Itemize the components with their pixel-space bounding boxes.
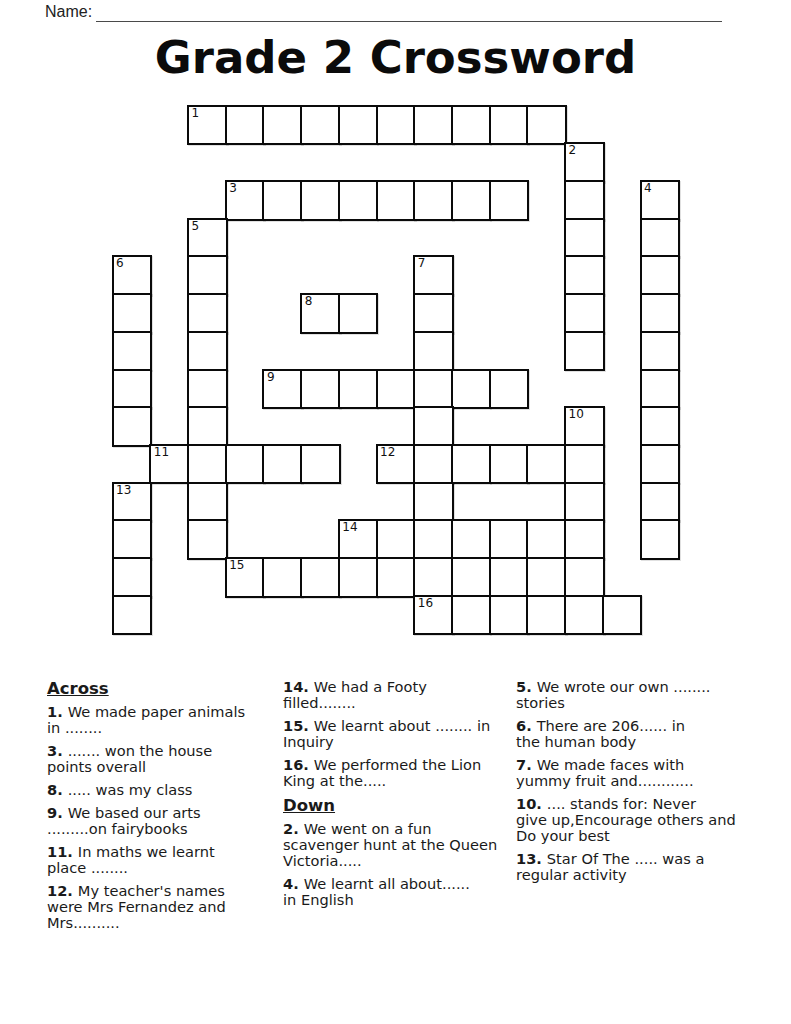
grid-cell-r6c12[interactable] bbox=[564, 331, 605, 372]
clue-text-12: My teacher's names were Mrs Fernandez an… bbox=[47, 882, 226, 931]
grid-cell-r11c14[interactable] bbox=[640, 519, 681, 560]
grid-cell-r6c8[interactable] bbox=[413, 331, 454, 372]
grid-cell-r13c11[interactable] bbox=[526, 595, 567, 636]
across-clue-1: 1.We made paper animals in ........ bbox=[47, 704, 269, 736]
clue-text-15: We learnt about ........ in Inquiry bbox=[283, 717, 490, 750]
across-clue-11: 11.In maths we learnt place ........ bbox=[47, 844, 269, 876]
grid-cell-r5c14[interactable] bbox=[640, 293, 681, 334]
grid-cell-r11c12[interactable] bbox=[564, 519, 605, 560]
across-clue-9: 9.We based our arts .........on fairyboo… bbox=[47, 805, 269, 837]
grid-cell-r9c12[interactable] bbox=[564, 444, 605, 485]
page-title: Grade 2 Crossword bbox=[0, 31, 791, 84]
clues-column-2: 14.We had a Footy filled........15.We le… bbox=[283, 679, 519, 915]
grid-cell-r9c1[interactable]: 11 bbox=[149, 444, 190, 485]
name-blank-line[interactable] bbox=[96, 1, 722, 22]
clue-number-16: 16 bbox=[418, 597, 433, 610]
grid-cell-r13c8[interactable]: 16 bbox=[413, 595, 454, 636]
clue-text-8: ..... was my class bbox=[68, 781, 193, 798]
clue-text-2: We went on a fun scavenger hunt at the Q… bbox=[283, 820, 497, 869]
grid-cell-r0c5[interactable] bbox=[300, 105, 341, 146]
down-clue-5: 5.We wrote our own ........ stories bbox=[516, 679, 758, 711]
grid-cell-r0c7[interactable] bbox=[376, 105, 417, 146]
clue-text-4: We learnt all about...... in English bbox=[283, 875, 470, 908]
grid-cell-r0c10[interactable] bbox=[489, 105, 530, 146]
grid-cell-r6c14[interactable] bbox=[640, 331, 681, 372]
clue-number-13: 13 bbox=[116, 484, 131, 497]
grid-cell-r10c2[interactable] bbox=[187, 482, 228, 523]
grid-cell-r12c0[interactable] bbox=[112, 557, 153, 598]
grid-cell-r2c5[interactable] bbox=[300, 180, 341, 221]
grid-cell-r7c4[interactable]: 9 bbox=[262, 369, 303, 410]
clues-column-3: 5.We wrote our own ........ stories6.The… bbox=[516, 679, 758, 890]
grid-cell-r3c14[interactable] bbox=[640, 218, 681, 259]
grid-cell-r12c11[interactable] bbox=[526, 557, 567, 598]
clue-text-6: There are 206...... in the human body bbox=[516, 717, 685, 750]
across-clue-16: 16.We performed the Lion King at the....… bbox=[283, 757, 519, 789]
clue-text-7: We made faces with yummy fruit and......… bbox=[516, 756, 694, 789]
clue-label-9: 9. bbox=[47, 804, 63, 821]
grid-cell-r4c2[interactable] bbox=[187, 255, 228, 296]
grid-cell-r8c2[interactable] bbox=[187, 406, 228, 447]
grid-cell-r5c12[interactable] bbox=[564, 293, 605, 334]
grid-cell-r10c14[interactable] bbox=[640, 482, 681, 523]
grid-cell-r2c12[interactable] bbox=[564, 180, 605, 221]
grid-cell-r10c12[interactable] bbox=[564, 482, 605, 523]
across-clue-14: 14.We had a Footy filled........ bbox=[283, 679, 519, 711]
clue-number-4: 4 bbox=[644, 182, 652, 195]
grid-cell-r4c0[interactable]: 6 bbox=[112, 255, 153, 296]
grid-cell-r8c12[interactable]: 10 bbox=[564, 406, 605, 447]
clue-label-1: 1. bbox=[47, 703, 63, 720]
clue-number-3: 3 bbox=[229, 182, 237, 195]
grid-cell-r8c14[interactable] bbox=[640, 406, 681, 447]
grid-cell-r2c4[interactable] bbox=[262, 180, 303, 221]
grid-cell-r0c8[interactable] bbox=[413, 105, 454, 146]
grid-cell-r12c3[interactable]: 15 bbox=[225, 557, 266, 598]
grid-cell-r8c0[interactable] bbox=[112, 406, 153, 447]
grid-cell-r2c14[interactable]: 4 bbox=[640, 180, 681, 221]
clue-label-16: 16. bbox=[283, 756, 309, 773]
down-clue-6: 6.There are 206...... in the human body bbox=[516, 718, 758, 750]
clues-column-1: Across1.We made paper animals in .......… bbox=[47, 679, 269, 938]
crossword-grid: 12345678910111213141516 bbox=[113, 106, 679, 634]
grid-cell-r9c2[interactable] bbox=[187, 444, 228, 485]
grid-cell-r7c14[interactable] bbox=[640, 369, 681, 410]
clue-number-10: 10 bbox=[569, 408, 584, 421]
grid-cell-r4c12[interactable] bbox=[564, 255, 605, 296]
grid-cell-r0c6[interactable] bbox=[338, 105, 379, 146]
clue-number-5: 5 bbox=[192, 220, 200, 233]
grid-cell-r7c7[interactable] bbox=[376, 369, 417, 410]
clue-label-15: 15. bbox=[283, 717, 309, 734]
grid-cell-r9c8[interactable] bbox=[413, 444, 454, 485]
grid-cell-r0c3[interactable] bbox=[225, 105, 266, 146]
name-label: Name: bbox=[45, 3, 92, 21]
grid-cell-r2c10[interactable] bbox=[489, 180, 530, 221]
grid-cell-r6c0[interactable] bbox=[112, 331, 153, 372]
grid-cell-r7c2[interactable] bbox=[187, 369, 228, 410]
grid-cell-r13c13[interactable] bbox=[602, 595, 643, 636]
grid-cell-r4c8[interactable]: 7 bbox=[413, 255, 454, 296]
clue-text-13: Star Of The ..... was a regular activity bbox=[516, 850, 704, 883]
clue-text-3: ....... won the house points overall bbox=[47, 742, 212, 775]
clue-label-10: 10. bbox=[516, 795, 542, 812]
grid-cell-r0c11[interactable] bbox=[526, 105, 567, 146]
grid-cell-r12c9[interactable] bbox=[451, 557, 492, 598]
grid-cell-r5c2[interactable] bbox=[187, 293, 228, 334]
grid-cell-r10c8[interactable] bbox=[413, 482, 454, 523]
grid-cell-r10c0[interactable]: 13 bbox=[112, 482, 153, 523]
clue-text-16: We performed the Lion King at the..... bbox=[283, 756, 481, 789]
clue-number-6: 6 bbox=[116, 257, 124, 270]
grid-cell-r2c3[interactable]: 3 bbox=[225, 180, 266, 221]
grid-cell-r11c9[interactable] bbox=[451, 519, 492, 560]
grid-cell-r11c8[interactable] bbox=[413, 519, 454, 560]
down-clue-7: 7.We made faces with yummy fruit and....… bbox=[516, 757, 758, 789]
grid-cell-r9c5[interactable] bbox=[300, 444, 341, 485]
across-clue-15: 15.We learnt about ........ in Inquiry bbox=[283, 718, 519, 750]
down-clue-13: 13.Star Of The ..... was a regular activ… bbox=[516, 851, 758, 883]
grid-cell-r7c8[interactable] bbox=[413, 369, 454, 410]
down-clue-2: 2.We went on a fun scavenger hunt at the… bbox=[283, 821, 519, 869]
clue-number-12: 12 bbox=[380, 446, 395, 459]
grid-cell-r9c10[interactable] bbox=[489, 444, 530, 485]
grid-cell-r13c0[interactable] bbox=[112, 595, 153, 636]
clue-label-6: 6. bbox=[516, 717, 532, 734]
grid-cell-r9c9[interactable] bbox=[451, 444, 492, 485]
across-heading: Across bbox=[47, 679, 269, 698]
grid-cell-r5c6[interactable] bbox=[338, 293, 379, 334]
across-clue-8: 8...... was my class bbox=[47, 782, 269, 798]
grid-cell-r13c12[interactable] bbox=[564, 595, 605, 636]
clue-number-15: 15 bbox=[229, 559, 244, 572]
clue-label-3: 3. bbox=[47, 742, 63, 759]
grid-cell-r11c11[interactable] bbox=[526, 519, 567, 560]
clue-number-14: 14 bbox=[342, 521, 357, 534]
grid-cell-r9c7[interactable]: 12 bbox=[376, 444, 417, 485]
grid-cell-r12c10[interactable] bbox=[489, 557, 530, 598]
clue-label-7: 7. bbox=[516, 756, 532, 773]
grid-cell-r2c8[interactable] bbox=[413, 180, 454, 221]
grid-cell-r13c9[interactable] bbox=[451, 595, 492, 636]
grid-cell-r5c0[interactable] bbox=[112, 293, 153, 334]
grid-cell-r5c5[interactable]: 8 bbox=[300, 293, 341, 334]
clue-label-13: 13. bbox=[516, 850, 542, 867]
clue-number-1: 1 bbox=[192, 107, 200, 120]
grid-cell-r11c10[interactable] bbox=[489, 519, 530, 560]
clue-label-4: 4. bbox=[283, 875, 299, 892]
grid-cell-r12c5[interactable] bbox=[300, 557, 341, 598]
clue-number-8: 8 bbox=[305, 295, 313, 308]
grid-cell-r0c2[interactable]: 1 bbox=[187, 105, 228, 146]
clue-number-9: 9 bbox=[267, 371, 275, 384]
clue-number-2: 2 bbox=[569, 144, 577, 157]
grid-cell-r7c5[interactable] bbox=[300, 369, 341, 410]
clue-number-11: 11 bbox=[154, 446, 169, 459]
grid-cell-r8c8[interactable] bbox=[413, 406, 454, 447]
across-clue-3: 3........ won the house points overall bbox=[47, 743, 269, 775]
clue-text-1: We made paper animals in ........ bbox=[47, 703, 245, 736]
grid-cell-r2c7[interactable] bbox=[376, 180, 417, 221]
grid-cell-r2c9[interactable] bbox=[451, 180, 492, 221]
grid-cell-r12c6[interactable] bbox=[338, 557, 379, 598]
clue-label-5: 5. bbox=[516, 678, 532, 695]
down-clue-10: 10..... stands for: Never give up,Encour… bbox=[516, 796, 758, 844]
clue-text-5: We wrote our own ........ stories bbox=[516, 678, 710, 711]
grid-cell-r6c2[interactable] bbox=[187, 331, 228, 372]
grid-cell-r3c2[interactable]: 5 bbox=[187, 218, 228, 259]
grid-cell-r7c0[interactable] bbox=[112, 369, 153, 410]
clue-number-7: 7 bbox=[418, 257, 426, 270]
grid-cell-r0c9[interactable] bbox=[451, 105, 492, 146]
grid-cell-r11c2[interactable] bbox=[187, 519, 228, 560]
grid-cell-r9c14[interactable] bbox=[640, 444, 681, 485]
clue-label-14: 14. bbox=[283, 678, 309, 695]
grid-cell-r7c10[interactable] bbox=[489, 369, 530, 410]
grid-cell-r7c9[interactable] bbox=[451, 369, 492, 410]
grid-cell-r3c12[interactable] bbox=[564, 218, 605, 259]
clue-label-2: 2. bbox=[283, 820, 299, 837]
grid-cell-r2c6[interactable] bbox=[338, 180, 379, 221]
grid-cell-r9c4[interactable] bbox=[262, 444, 303, 485]
grid-cell-r11c0[interactable] bbox=[112, 519, 153, 560]
grid-cell-r12c7[interactable] bbox=[376, 557, 417, 598]
down-heading: Down bbox=[283, 796, 519, 815]
clue-text-10: .... stands for: Never give up,Encourage… bbox=[516, 795, 736, 844]
grid-cell-r11c6[interactable]: 14 bbox=[338, 519, 379, 560]
grid-cell-r7c6[interactable] bbox=[338, 369, 379, 410]
grid-cell-r0c4[interactable] bbox=[262, 105, 303, 146]
down-clue-4: 4.We learnt all about...... in English bbox=[283, 876, 519, 908]
grid-cell-r12c12[interactable] bbox=[564, 557, 605, 598]
clue-text-9: We based our arts .........on fairybooks bbox=[47, 804, 201, 837]
grid-cell-r1c12[interactable]: 2 bbox=[564, 142, 605, 183]
clue-label-8: 8. bbox=[47, 781, 63, 798]
grid-cell-r9c11[interactable] bbox=[526, 444, 567, 485]
grid-cell-r12c4[interactable] bbox=[262, 557, 303, 598]
grid-cell-r12c8[interactable] bbox=[413, 557, 454, 598]
clue-label-12: 12. bbox=[47, 882, 73, 899]
grid-cell-r5c8[interactable] bbox=[413, 293, 454, 334]
clue-label-11: 11. bbox=[47, 843, 73, 860]
grid-cell-r4c14[interactable] bbox=[640, 255, 681, 296]
grid-cell-r13c10[interactable] bbox=[489, 595, 530, 636]
across-clue-12: 12.My teacher's names were Mrs Fernandez… bbox=[47, 883, 269, 931]
grid-cell-r11c7[interactable] bbox=[376, 519, 417, 560]
grid-cell-r9c3[interactable] bbox=[225, 444, 266, 485]
